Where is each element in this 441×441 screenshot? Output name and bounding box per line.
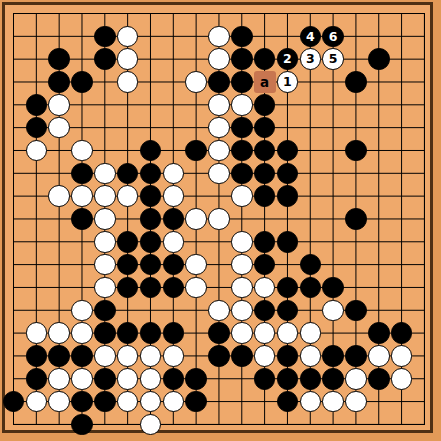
white-stone — [163, 345, 185, 367]
white-stone — [185, 254, 207, 276]
black-stone — [254, 368, 276, 390]
white-stone — [208, 163, 230, 185]
black-stone — [26, 368, 48, 390]
black-stone — [231, 26, 253, 48]
white-stone — [231, 254, 253, 276]
black-stone — [345, 71, 367, 93]
white-stone — [48, 94, 70, 116]
white-stone — [208, 117, 230, 139]
black-stone — [208, 322, 230, 344]
black-stone — [140, 163, 162, 185]
black-stone — [322, 368, 344, 390]
white-stone — [48, 185, 70, 207]
black-stone — [117, 322, 139, 344]
white-stone — [48, 117, 70, 139]
black-stone — [254, 94, 276, 116]
black-stone — [277, 345, 299, 367]
black-stone — [277, 163, 299, 185]
black-stone — [254, 231, 276, 253]
white-stone — [117, 48, 139, 70]
white-stone — [163, 163, 185, 185]
white-stone — [94, 208, 116, 230]
black-stone — [345, 208, 367, 230]
black-stone — [208, 345, 230, 367]
white-stone — [71, 185, 93, 207]
black-stone — [185, 368, 207, 390]
black-stone — [277, 300, 299, 322]
white-stone — [71, 322, 93, 344]
white-stone — [277, 322, 299, 344]
black-stone — [140, 231, 162, 253]
white-stone — [185, 277, 207, 299]
black-stone — [48, 48, 70, 70]
black-stone — [300, 277, 322, 299]
white-stone-move-5: 5 — [322, 48, 344, 70]
black-stone — [94, 48, 116, 70]
white-stone — [208, 300, 230, 322]
black-stone — [163, 368, 185, 390]
black-stone-move-6: 6 — [322, 26, 344, 48]
black-stone — [208, 71, 230, 93]
white-stone — [26, 322, 48, 344]
black-stone — [277, 368, 299, 390]
black-stone — [71, 345, 93, 367]
white-stone — [94, 163, 116, 185]
black-stone — [231, 71, 253, 93]
black-stone — [322, 345, 344, 367]
white-stone — [208, 26, 230, 48]
white-stone — [185, 71, 207, 93]
white-stone — [94, 231, 116, 253]
black-stone — [368, 48, 390, 70]
black-stone — [48, 345, 70, 367]
black-stone — [231, 140, 253, 162]
white-stone — [231, 300, 253, 322]
black-stone — [140, 322, 162, 344]
white-stone — [140, 345, 162, 367]
white-stone — [391, 345, 413, 367]
black-stone — [26, 94, 48, 116]
white-stone-move-1: 1 — [277, 71, 299, 93]
white-stone-move-3: 3 — [300, 48, 322, 70]
black-stone — [254, 185, 276, 207]
white-stone — [231, 231, 253, 253]
go-board[interactable]: a462351 — [0, 0, 441, 441]
white-stone — [322, 300, 344, 322]
black-stone — [117, 231, 139, 253]
black-stone — [163, 322, 185, 344]
black-stone — [71, 71, 93, 93]
white-stone — [117, 185, 139, 207]
black-stone — [391, 322, 413, 344]
black-stone — [277, 185, 299, 207]
black-stone — [71, 391, 93, 413]
point-label-a[interactable]: a — [254, 71, 276, 93]
black-stone — [71, 163, 93, 185]
white-stone — [94, 254, 116, 276]
white-stone — [231, 277, 253, 299]
white-stone — [254, 345, 276, 367]
white-stone — [48, 391, 70, 413]
white-stone — [231, 185, 253, 207]
black-stone — [254, 48, 276, 70]
black-stone-move-2: 2 — [277, 48, 299, 70]
white-stone — [185, 208, 207, 230]
black-stone — [345, 140, 367, 162]
black-stone — [94, 300, 116, 322]
white-stone — [117, 71, 139, 93]
black-stone — [231, 163, 253, 185]
white-stone — [48, 322, 70, 344]
white-stone — [300, 345, 322, 367]
black-stone — [71, 208, 93, 230]
black-stone — [368, 322, 390, 344]
black-stone — [163, 277, 185, 299]
white-stone — [48, 368, 70, 390]
white-stone — [208, 94, 230, 116]
black-stone — [322, 277, 344, 299]
white-stone — [94, 277, 116, 299]
white-stone — [231, 322, 253, 344]
white-stone — [300, 322, 322, 344]
white-stone — [208, 140, 230, 162]
black-stone — [94, 368, 116, 390]
black-stone — [185, 140, 207, 162]
white-stone — [345, 368, 367, 390]
black-stone — [231, 48, 253, 70]
black-stone — [231, 345, 253, 367]
black-stone — [345, 300, 367, 322]
black-stone — [231, 117, 253, 139]
white-stone — [254, 322, 276, 344]
white-stone — [26, 140, 48, 162]
black-stone — [140, 208, 162, 230]
white-stone — [117, 345, 139, 367]
white-stone — [208, 48, 230, 70]
black-stone-move-4: 4 — [300, 26, 322, 48]
black-stone — [48, 71, 70, 93]
white-stone — [94, 185, 116, 207]
white-stone — [208, 208, 230, 230]
white-stone — [345, 391, 367, 413]
black-stone — [185, 391, 207, 413]
black-stone — [94, 26, 116, 48]
black-stone — [26, 345, 48, 367]
white-stone — [71, 368, 93, 390]
white-stone — [391, 368, 413, 390]
white-stone — [231, 94, 253, 116]
white-stone — [71, 140, 93, 162]
black-stone — [277, 231, 299, 253]
black-stone — [94, 322, 116, 344]
white-stone — [368, 345, 390, 367]
white-stone — [140, 368, 162, 390]
white-stone — [322, 391, 344, 413]
black-stone — [163, 208, 185, 230]
white-stone — [94, 345, 116, 367]
white-stone — [163, 231, 185, 253]
black-stone — [345, 345, 367, 367]
black-stone — [140, 185, 162, 207]
black-stone — [368, 368, 390, 390]
black-stone — [71, 414, 93, 436]
white-stone — [117, 368, 139, 390]
white-stone — [71, 300, 93, 322]
black-stone — [300, 368, 322, 390]
white-stone — [163, 185, 185, 207]
black-stone — [94, 391, 116, 413]
